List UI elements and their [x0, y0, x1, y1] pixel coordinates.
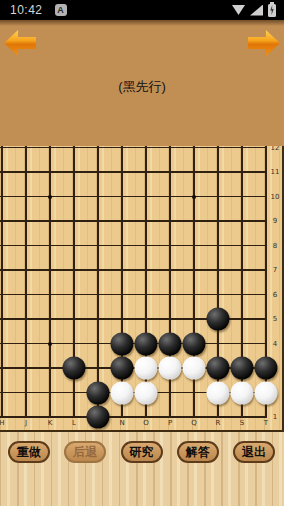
app-notification-icon: A [55, 4, 67, 16]
white-stone-R2 [207, 381, 230, 404]
status-bar: 10:42 A [0, 0, 284, 20]
row-coordinate-label: 6 [273, 291, 277, 299]
column-coordinate-label: R [216, 419, 221, 427]
grid-line [49, 146, 51, 418]
toolbar-button-2[interactable]: 研究 [121, 441, 163, 463]
grid-line [0, 269, 267, 271]
black-stone-N4 [111, 332, 134, 355]
grid-line [0, 245, 267, 247]
column-coordinate-label: O [143, 419, 149, 427]
bottom-panel: 重做后退研究解答退出 [0, 432, 284, 506]
row-coordinate-label: 7 [273, 266, 277, 274]
grid-line [0, 171, 267, 173]
toolbar-button-1[interactable]: 后退 [64, 441, 106, 463]
black-stone-R3 [207, 357, 230, 380]
toolbar-button-3[interactable]: 解答 [177, 441, 219, 463]
status-icons [232, 4, 276, 17]
row-coordinate-label: 10 [271, 193, 280, 201]
battery-icon [268, 4, 276, 17]
grid-line [0, 147, 267, 149]
star-point [48, 195, 52, 199]
white-stone-O2 [135, 381, 158, 404]
signal-icon [250, 5, 263, 16]
column-coordinate-label: T [264, 419, 268, 427]
black-stone-N3 [111, 357, 134, 380]
row-coordinate-label: 11 [271, 168, 280, 176]
column-coordinate-label: Q [191, 419, 197, 427]
grid-line [0, 416, 267, 418]
row-coordinate-label: 5 [273, 315, 277, 323]
go-board[interactable]: 121110987654321HJKLMNOPQRST [0, 146, 284, 432]
white-stone-T2 [255, 381, 278, 404]
white-stone-N2 [111, 381, 134, 404]
black-stone-L3 [63, 357, 86, 380]
grid-line [0, 196, 267, 198]
grid-line [1, 146, 3, 418]
column-coordinate-label: S [240, 419, 244, 427]
column-coordinate-label: N [119, 419, 124, 427]
problem-header: (黑先行) [0, 20, 284, 146]
white-stone-O3 [135, 357, 158, 380]
charging-bolt-icon [270, 5, 275, 15]
row-coordinate-label: 9 [273, 217, 277, 225]
black-stone-Q4 [183, 332, 206, 355]
row-coordinate-label: 1 [273, 413, 277, 421]
star-point [48, 342, 52, 346]
black-stone-R5 [207, 308, 230, 331]
row-coordinate-label: 12 [271, 146, 280, 152]
black-stone-P4 [159, 332, 182, 355]
grid-line [0, 220, 267, 222]
black-stone-S3 [231, 357, 254, 380]
star-point [192, 195, 196, 199]
toolbar-button-0[interactable]: 重做 [8, 441, 50, 463]
row-coordinate-label: 4 [273, 340, 277, 348]
grid-line [97, 146, 99, 418]
grid-line [0, 294, 267, 296]
clock: 10:42 [10, 3, 43, 17]
toolbar-button-4[interactable]: 退出 [233, 441, 275, 463]
move-hint-text: (黑先行) [0, 78, 284, 96]
previous-problem-button[interactable] [4, 30, 36, 56]
black-stone-M1 [87, 406, 110, 429]
column-coordinate-label: K [48, 419, 53, 427]
column-coordinate-label: H [0, 419, 5, 427]
wifi-icon [232, 5, 245, 15]
column-coordinate-label: J [25, 419, 27, 427]
white-stone-S2 [231, 381, 254, 404]
black-stone-O4 [135, 332, 158, 355]
white-stone-P3 [159, 357, 182, 380]
grid-line [25, 146, 27, 418]
column-coordinate-label: P [168, 419, 172, 427]
black-stone-T3 [255, 357, 278, 380]
black-stone-M2 [87, 381, 110, 404]
white-stone-Q3 [183, 357, 206, 380]
next-problem-button[interactable] [248, 30, 280, 56]
column-coordinate-label: L [72, 419, 76, 427]
toolbar: 重做后退研究解答退出 [0, 432, 284, 463]
row-coordinate-label: 8 [273, 242, 277, 250]
